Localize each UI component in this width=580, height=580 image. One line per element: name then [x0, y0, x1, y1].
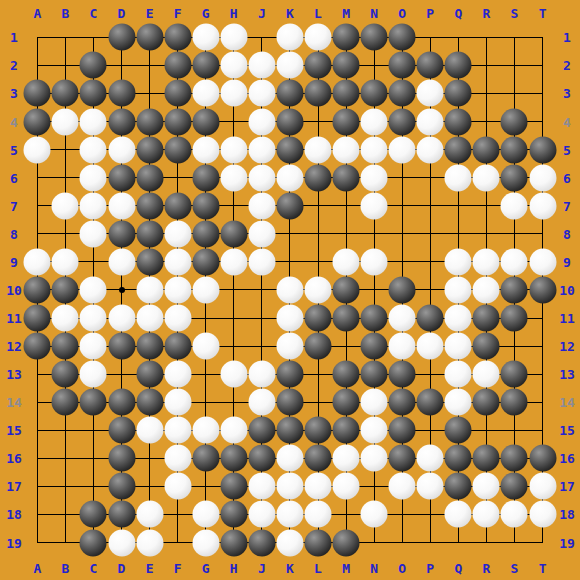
white-stone-f17[interactable] [164, 473, 191, 500]
white-stone-f9[interactable] [164, 248, 191, 275]
black-stone-p14[interactable] [417, 389, 444, 416]
white-stone-m5[interactable] [333, 136, 360, 163]
white-stone-j18[interactable] [248, 501, 275, 528]
black-stone-m4[interactable] [333, 108, 360, 135]
white-stone-h15[interactable] [220, 417, 247, 444]
white-stone-l18[interactable] [305, 501, 332, 528]
white-stone-l5[interactable] [305, 136, 332, 163]
black-stone-k7[interactable] [276, 192, 303, 219]
row-label-12: 12 [6, 339, 22, 354]
white-stone-o17[interactable] [389, 473, 416, 500]
white-stone-g3[interactable] [192, 80, 219, 107]
white-stone-n5[interactable] [361, 136, 388, 163]
white-stone-k11[interactable] [276, 305, 303, 332]
black-stone-g4[interactable] [192, 108, 219, 135]
row-label-9: 9 [563, 254, 571, 269]
black-stone-f12[interactable] [164, 333, 191, 360]
black-stone-e4[interactable] [136, 108, 163, 135]
black-stone-c2[interactable] [80, 52, 107, 79]
white-stone-f14[interactable] [164, 389, 191, 416]
white-stone-k6[interactable] [276, 164, 303, 191]
white-stone-p16[interactable] [417, 445, 444, 472]
black-stone-m14[interactable] [333, 389, 360, 416]
white-stone-g10[interactable] [192, 276, 219, 303]
row-label-4: 4 [563, 114, 571, 129]
black-stone-m3[interactable] [333, 80, 360, 107]
black-stone-t10[interactable] [529, 276, 556, 303]
black-stone-e6[interactable] [136, 164, 163, 191]
black-stone-l16[interactable] [305, 445, 332, 472]
white-stone-t6[interactable] [529, 164, 556, 191]
black-stone-f3[interactable] [164, 80, 191, 107]
black-stone-r5[interactable] [473, 136, 500, 163]
white-stone-d19[interactable] [108, 529, 135, 556]
black-stone-l15[interactable] [305, 417, 332, 444]
column-label-g: G [202, 6, 210, 21]
white-stone-c11[interactable] [80, 305, 107, 332]
black-stone-e9[interactable] [136, 248, 163, 275]
black-stone-e7[interactable] [136, 192, 163, 219]
white-stone-a5[interactable] [24, 136, 51, 163]
black-stone-m10[interactable] [333, 276, 360, 303]
white-stone-q12[interactable] [445, 333, 472, 360]
black-stone-s11[interactable] [501, 305, 528, 332]
white-stone-s18[interactable] [501, 501, 528, 528]
white-stone-n4[interactable] [361, 108, 388, 135]
black-stone-k14[interactable] [276, 389, 303, 416]
row-label-17: 17 [6, 479, 22, 494]
white-stone-c12[interactable] [80, 333, 107, 360]
column-label-m: M [342, 6, 350, 21]
white-stone-k18[interactable] [276, 501, 303, 528]
black-stone-e8[interactable] [136, 220, 163, 247]
row-label-14: 14 [559, 395, 575, 410]
column-label-f: F [174, 561, 182, 576]
black-stone-e13[interactable] [136, 361, 163, 388]
row-label-7: 7 [563, 198, 571, 213]
white-stone-m16[interactable] [333, 445, 360, 472]
black-stone-q16[interactable] [445, 445, 472, 472]
white-stone-f13[interactable] [164, 361, 191, 388]
white-stone-p12[interactable] [417, 333, 444, 360]
black-stone-o13[interactable] [389, 361, 416, 388]
white-stone-h9[interactable] [220, 248, 247, 275]
column-label-r: R [482, 6, 490, 21]
black-stone-o2[interactable] [389, 52, 416, 79]
white-stone-s9[interactable] [501, 248, 528, 275]
row-label-19: 19 [6, 535, 22, 550]
row-label-10: 10 [559, 282, 575, 297]
column-label-h: H [230, 561, 238, 576]
black-stone-h17[interactable] [220, 473, 247, 500]
black-stone-c3[interactable] [80, 80, 107, 107]
white-stone-c5[interactable] [80, 136, 107, 163]
black-stone-d1[interactable] [108, 24, 135, 51]
white-stone-m9[interactable] [333, 248, 360, 275]
column-label-q: Q [454, 6, 462, 21]
black-stone-o1[interactable] [389, 24, 416, 51]
black-stone-s13[interactable] [501, 361, 528, 388]
black-stone-d4[interactable] [108, 108, 135, 135]
black-stone-q3[interactable] [445, 80, 472, 107]
row-label-11: 11 [6, 311, 22, 326]
white-stone-d9[interactable] [108, 248, 135, 275]
white-stone-d5[interactable] [108, 136, 135, 163]
row-label-15: 15 [559, 423, 575, 438]
white-stone-n16[interactable] [361, 445, 388, 472]
white-stone-c10[interactable] [80, 276, 107, 303]
column-label-a: A [33, 561, 41, 576]
white-stone-f11[interactable] [164, 305, 191, 332]
row-label-6: 6 [563, 170, 571, 185]
column-label-n: N [370, 6, 378, 21]
black-stone-k3[interactable] [276, 80, 303, 107]
white-stone-k1[interactable] [276, 24, 303, 51]
white-stone-o11[interactable] [389, 305, 416, 332]
white-stone-b7[interactable] [52, 192, 79, 219]
black-stone-r16[interactable] [473, 445, 500, 472]
black-stone-d17[interactable] [108, 473, 135, 500]
black-stone-g9[interactable] [192, 248, 219, 275]
black-stone-o4[interactable] [389, 108, 416, 135]
white-stone-c4[interactable] [80, 108, 107, 135]
black-stone-l12[interactable] [305, 333, 332, 360]
white-stone-c8[interactable] [80, 220, 107, 247]
white-stone-p3[interactable] [417, 80, 444, 107]
column-label-r: R [482, 561, 490, 576]
white-stone-n14[interactable] [361, 389, 388, 416]
black-stone-g8[interactable] [192, 220, 219, 247]
black-stone-h18[interactable] [220, 501, 247, 528]
column-label-e: E [146, 561, 154, 576]
black-stone-p2[interactable] [417, 52, 444, 79]
white-stone-t18[interactable] [529, 501, 556, 528]
black-stone-m13[interactable] [333, 361, 360, 388]
white-stone-p5[interactable] [417, 136, 444, 163]
column-label-j: J [258, 561, 266, 576]
white-stone-g15[interactable] [192, 417, 219, 444]
white-stone-b11[interactable] [52, 305, 79, 332]
black-stone-c18[interactable] [80, 501, 107, 528]
black-stone-e5[interactable] [136, 136, 163, 163]
white-stone-e11[interactable] [136, 305, 163, 332]
white-stone-f15[interactable] [164, 417, 191, 444]
white-stone-r17[interactable] [473, 473, 500, 500]
column-label-c: C [90, 561, 98, 576]
row-label-6: 6 [10, 170, 18, 185]
white-stone-r6[interactable] [473, 164, 500, 191]
black-stone-s17[interactable] [501, 473, 528, 500]
black-stone-d12[interactable] [108, 333, 135, 360]
column-label-b: B [61, 561, 69, 576]
white-stone-d7[interactable] [108, 192, 135, 219]
white-stone-r18[interactable] [473, 501, 500, 528]
white-stone-g18[interactable] [192, 501, 219, 528]
black-stone-c14[interactable] [80, 389, 107, 416]
white-stone-k2[interactable] [276, 52, 303, 79]
white-stone-r10[interactable] [473, 276, 500, 303]
black-stone-j16[interactable] [248, 445, 275, 472]
white-stone-j6[interactable] [248, 164, 275, 191]
white-stone-j7[interactable] [248, 192, 275, 219]
black-stone-d15[interactable] [108, 417, 135, 444]
black-stone-q4[interactable] [445, 108, 472, 135]
black-stone-f5[interactable] [164, 136, 191, 163]
black-stone-d8[interactable] [108, 220, 135, 247]
white-stone-k19[interactable] [276, 529, 303, 556]
black-stone-o10[interactable] [389, 276, 416, 303]
black-stone-g6[interactable] [192, 164, 219, 191]
black-stone-a3[interactable] [24, 80, 51, 107]
black-stone-o3[interactable] [389, 80, 416, 107]
white-stone-q9[interactable] [445, 248, 472, 275]
white-stone-q10[interactable] [445, 276, 472, 303]
row-label-15: 15 [6, 423, 22, 438]
white-stone-t7[interactable] [529, 192, 556, 219]
black-stone-m19[interactable] [333, 529, 360, 556]
black-stone-f7[interactable] [164, 192, 191, 219]
row-label-1: 1 [563, 30, 571, 45]
white-stone-h5[interactable] [220, 136, 247, 163]
white-stone-n6[interactable] [361, 164, 388, 191]
white-stone-n18[interactable] [361, 501, 388, 528]
white-stone-h2[interactable] [220, 52, 247, 79]
white-stone-j3[interactable] [248, 80, 275, 107]
black-stone-a4[interactable] [24, 108, 51, 135]
white-stone-e18[interactable] [136, 501, 163, 528]
white-stone-j17[interactable] [248, 473, 275, 500]
row-label-8: 8 [563, 226, 571, 241]
black-stone-f2[interactable] [164, 52, 191, 79]
black-stone-k4[interactable] [276, 108, 303, 135]
black-stone-s10[interactable] [501, 276, 528, 303]
black-stone-e12[interactable] [136, 333, 163, 360]
white-stone-a9[interactable] [24, 248, 51, 275]
column-label-d: D [118, 6, 126, 21]
row-label-2: 2 [563, 58, 571, 73]
black-stone-n11[interactable] [361, 305, 388, 332]
white-stone-o12[interactable] [389, 333, 416, 360]
white-stone-o5[interactable] [389, 136, 416, 163]
black-stone-h19[interactable] [220, 529, 247, 556]
column-label-f: F [174, 6, 182, 21]
white-stone-j4[interactable] [248, 108, 275, 135]
white-stone-h1[interactable] [220, 24, 247, 51]
black-stone-k5[interactable] [276, 136, 303, 163]
black-stone-n3[interactable] [361, 80, 388, 107]
white-stone-e15[interactable] [136, 417, 163, 444]
black-stone-d16[interactable] [108, 445, 135, 472]
white-stone-q13[interactable] [445, 361, 472, 388]
white-stone-q14[interactable] [445, 389, 472, 416]
row-label-5: 5 [10, 142, 18, 157]
black-stone-r12[interactable] [473, 333, 500, 360]
black-stone-a12[interactable] [24, 333, 51, 360]
black-stone-s6[interactable] [501, 164, 528, 191]
black-stone-r11[interactable] [473, 305, 500, 332]
white-stone-l17[interactable] [305, 473, 332, 500]
black-stone-d14[interactable] [108, 389, 135, 416]
white-stone-t17[interactable] [529, 473, 556, 500]
white-stone-l10[interactable] [305, 276, 332, 303]
black-stone-o16[interactable] [389, 445, 416, 472]
column-label-g: G [202, 561, 210, 576]
white-stone-j9[interactable] [248, 248, 275, 275]
black-stone-l6[interactable] [305, 164, 332, 191]
white-stone-k12[interactable] [276, 333, 303, 360]
column-label-h: H [230, 6, 238, 21]
black-stone-s5[interactable] [501, 136, 528, 163]
white-stone-f16[interactable] [164, 445, 191, 472]
black-stone-q5[interactable] [445, 136, 472, 163]
black-stone-s4[interactable] [501, 108, 528, 135]
black-stone-g7[interactable] [192, 192, 219, 219]
black-stone-d6[interactable] [108, 164, 135, 191]
white-stone-q6[interactable] [445, 164, 472, 191]
black-stone-g2[interactable] [192, 52, 219, 79]
white-stone-l1[interactable] [305, 24, 332, 51]
white-stone-c6[interactable] [80, 164, 107, 191]
black-stone-h16[interactable] [220, 445, 247, 472]
black-stone-r14[interactable] [473, 389, 500, 416]
column-label-c: C [90, 6, 98, 21]
white-stone-r13[interactable] [473, 361, 500, 388]
black-stone-p11[interactable] [417, 305, 444, 332]
black-stone-b10[interactable] [52, 276, 79, 303]
black-stone-s16[interactable] [501, 445, 528, 472]
black-stone-c19[interactable] [80, 529, 107, 556]
black-stone-m1[interactable] [333, 24, 360, 51]
row-label-13: 13 [559, 367, 575, 382]
white-stone-j8[interactable] [248, 220, 275, 247]
black-stone-n1[interactable] [361, 24, 388, 51]
white-stone-h6[interactable] [220, 164, 247, 191]
black-stone-b14[interactable] [52, 389, 79, 416]
white-stone-j2[interactable] [248, 52, 275, 79]
black-stone-q2[interactable] [445, 52, 472, 79]
white-stone-p17[interactable] [417, 473, 444, 500]
white-stone-h13[interactable] [220, 361, 247, 388]
white-stone-g5[interactable] [192, 136, 219, 163]
black-stone-k13[interactable] [276, 361, 303, 388]
row-label-8: 8 [10, 226, 18, 241]
white-stone-k17[interactable] [276, 473, 303, 500]
black-stone-q17[interactable] [445, 473, 472, 500]
black-stone-l19[interactable] [305, 529, 332, 556]
black-stone-o14[interactable] [389, 389, 416, 416]
black-stone-f4[interactable] [164, 108, 191, 135]
black-stone-s14[interactable] [501, 389, 528, 416]
go-board-screenshot: AABBCCDDEEFFGGHHJJKKLLMMNNOOPPQQRRSSTT11… [0, 0, 580, 580]
black-stone-m11[interactable] [333, 305, 360, 332]
white-stone-b4[interactable] [52, 108, 79, 135]
black-stone-j15[interactable] [248, 417, 275, 444]
white-stone-n9[interactable] [361, 248, 388, 275]
white-stone-t9[interactable] [529, 248, 556, 275]
black-stone-m15[interactable] [333, 417, 360, 444]
row-label-1: 1 [10, 30, 18, 45]
white-stone-h3[interactable] [220, 80, 247, 107]
white-stone-k16[interactable] [276, 445, 303, 472]
black-stone-l2[interactable] [305, 52, 332, 79]
white-stone-r9[interactable] [473, 248, 500, 275]
black-stone-b13[interactable] [52, 361, 79, 388]
column-label-l: L [314, 6, 322, 21]
white-stone-j14[interactable] [248, 389, 275, 416]
white-stone-g12[interactable] [192, 333, 219, 360]
white-stone-j5[interactable] [248, 136, 275, 163]
white-stone-b9[interactable] [52, 248, 79, 275]
white-stone-d11[interactable] [108, 305, 135, 332]
white-stone-k10[interactable] [276, 276, 303, 303]
black-stone-e14[interactable] [136, 389, 163, 416]
row-label-18: 18 [559, 507, 575, 522]
black-stone-j19[interactable] [248, 529, 275, 556]
column-label-k: K [286, 561, 294, 576]
black-stone-g16[interactable] [192, 445, 219, 472]
column-label-s: S [511, 6, 519, 21]
white-stone-q11[interactable] [445, 305, 472, 332]
black-stone-b12[interactable] [52, 333, 79, 360]
white-stone-s7[interactable] [501, 192, 528, 219]
white-stone-n7[interactable] [361, 192, 388, 219]
white-stone-f8[interactable] [164, 220, 191, 247]
row-label-13: 13 [6, 367, 22, 382]
black-stone-a11[interactable] [24, 305, 51, 332]
white-stone-p4[interactable] [417, 108, 444, 135]
black-stone-d18[interactable] [108, 501, 135, 528]
black-stone-k15[interactable] [276, 417, 303, 444]
white-stone-m17[interactable] [333, 473, 360, 500]
black-stone-t5[interactable] [529, 136, 556, 163]
white-stone-e10[interactable] [136, 276, 163, 303]
black-stone-a10[interactable] [24, 276, 51, 303]
row-label-2: 2 [10, 58, 18, 73]
black-stone-n12[interactable] [361, 333, 388, 360]
black-stone-b3[interactable] [52, 80, 79, 107]
black-stone-d3[interactable] [108, 80, 135, 107]
row-label-10: 10 [6, 282, 22, 297]
row-label-5: 5 [563, 142, 571, 157]
white-stone-f10[interactable] [164, 276, 191, 303]
black-stone-m2[interactable] [333, 52, 360, 79]
white-stone-e19[interactable] [136, 529, 163, 556]
black-stone-h8[interactable] [220, 220, 247, 247]
row-label-18: 18 [6, 507, 22, 522]
column-label-k: K [286, 6, 294, 21]
white-stone-g1[interactable] [192, 24, 219, 51]
white-stone-q18[interactable] [445, 501, 472, 528]
white-stone-c7[interactable] [80, 192, 107, 219]
column-label-o: O [398, 6, 406, 21]
black-stone-q15[interactable] [445, 417, 472, 444]
row-label-16: 16 [559, 451, 575, 466]
white-stone-c13[interactable] [80, 361, 107, 388]
black-stone-t16[interactable] [529, 445, 556, 472]
row-label-19: 19 [559, 535, 575, 550]
black-stone-o15[interactable] [389, 417, 416, 444]
row-label-9: 9 [10, 254, 18, 269]
white-stone-j13[interactable] [248, 361, 275, 388]
black-stone-f1[interactable] [164, 24, 191, 51]
white-stone-n15[interactable] [361, 417, 388, 444]
black-stone-m6[interactable] [333, 164, 360, 191]
black-stone-n13[interactable] [361, 361, 388, 388]
white-stone-g19[interactable] [192, 529, 219, 556]
black-stone-e1[interactable] [136, 24, 163, 51]
black-stone-l11[interactable] [305, 305, 332, 332]
black-stone-l3[interactable] [305, 80, 332, 107]
